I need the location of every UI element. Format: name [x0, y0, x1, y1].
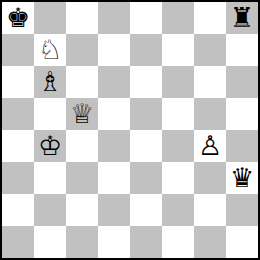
square-d5[interactable]	[98, 98, 130, 130]
square-c3[interactable]	[66, 162, 98, 194]
piece-white-pawn: ♙	[194, 130, 226, 162]
square-c1[interactable]	[66, 226, 98, 258]
square-f6[interactable]	[162, 66, 194, 98]
square-c6[interactable]	[66, 66, 98, 98]
square-b1[interactable]	[34, 226, 66, 258]
square-a8[interactable]: ♚	[2, 2, 34, 34]
square-e3[interactable]	[130, 162, 162, 194]
square-c2[interactable]	[66, 194, 98, 226]
piece-white-king: ♔	[34, 130, 66, 162]
square-a6[interactable]	[2, 66, 34, 98]
square-e6[interactable]	[130, 66, 162, 98]
square-a1[interactable]	[2, 226, 34, 258]
square-h7[interactable]	[226, 34, 258, 66]
square-f2[interactable]	[162, 194, 194, 226]
piece-black-rook: ♜	[226, 2, 258, 34]
square-e1[interactable]	[130, 226, 162, 258]
square-h6[interactable]	[226, 66, 258, 98]
square-b6[interactable]: ♗	[34, 66, 66, 98]
square-b3[interactable]	[34, 162, 66, 194]
square-c4[interactable]	[66, 130, 98, 162]
square-d7[interactable]	[98, 34, 130, 66]
chess-board-frame: ♚♜♘♗♕♔♙♛	[0, 0, 260, 260]
square-c8[interactable]	[66, 2, 98, 34]
piece-white-queen: ♕	[66, 98, 98, 130]
square-h3[interactable]: ♛	[226, 162, 258, 194]
square-f1[interactable]	[162, 226, 194, 258]
square-d8[interactable]	[98, 2, 130, 34]
piece-black-king: ♚	[2, 2, 34, 34]
square-b8[interactable]	[34, 2, 66, 34]
piece-white-knight: ♘	[34, 34, 66, 66]
square-a2[interactable]	[2, 194, 34, 226]
square-c5[interactable]: ♕	[66, 98, 98, 130]
square-c7[interactable]	[66, 34, 98, 66]
square-b5[interactable]	[34, 98, 66, 130]
chess-board: ♚♜♘♗♕♔♙♛	[2, 2, 258, 258]
square-e4[interactable]	[130, 130, 162, 162]
square-a7[interactable]	[2, 34, 34, 66]
square-f4[interactable]	[162, 130, 194, 162]
square-d3[interactable]	[98, 162, 130, 194]
square-h2[interactable]	[226, 194, 258, 226]
square-f5[interactable]	[162, 98, 194, 130]
square-g3[interactable]	[194, 162, 226, 194]
square-g7[interactable]	[194, 34, 226, 66]
square-f8[interactable]	[162, 2, 194, 34]
square-d6[interactable]	[98, 66, 130, 98]
square-e2[interactable]	[130, 194, 162, 226]
square-d1[interactable]	[98, 226, 130, 258]
square-d2[interactable]	[98, 194, 130, 226]
square-a4[interactable]	[2, 130, 34, 162]
square-h4[interactable]	[226, 130, 258, 162]
square-h8[interactable]: ♜	[226, 2, 258, 34]
square-e5[interactable]	[130, 98, 162, 130]
square-a3[interactable]	[2, 162, 34, 194]
square-g2[interactable]	[194, 194, 226, 226]
square-g1[interactable]	[194, 226, 226, 258]
square-g6[interactable]	[194, 66, 226, 98]
square-h5[interactable]	[226, 98, 258, 130]
square-b4[interactable]: ♔	[34, 130, 66, 162]
square-b7[interactable]: ♘	[34, 34, 66, 66]
square-e8[interactable]	[130, 2, 162, 34]
square-g5[interactable]	[194, 98, 226, 130]
square-d4[interactable]	[98, 130, 130, 162]
square-f3[interactable]	[162, 162, 194, 194]
square-b2[interactable]	[34, 194, 66, 226]
square-g8[interactable]	[194, 2, 226, 34]
square-f7[interactable]	[162, 34, 194, 66]
square-a5[interactable]	[2, 98, 34, 130]
square-g4[interactable]: ♙	[194, 130, 226, 162]
piece-black-queen: ♛	[226, 162, 258, 194]
square-e7[interactable]	[130, 34, 162, 66]
square-h1[interactable]	[226, 226, 258, 258]
piece-white-bishop: ♗	[34, 66, 66, 98]
